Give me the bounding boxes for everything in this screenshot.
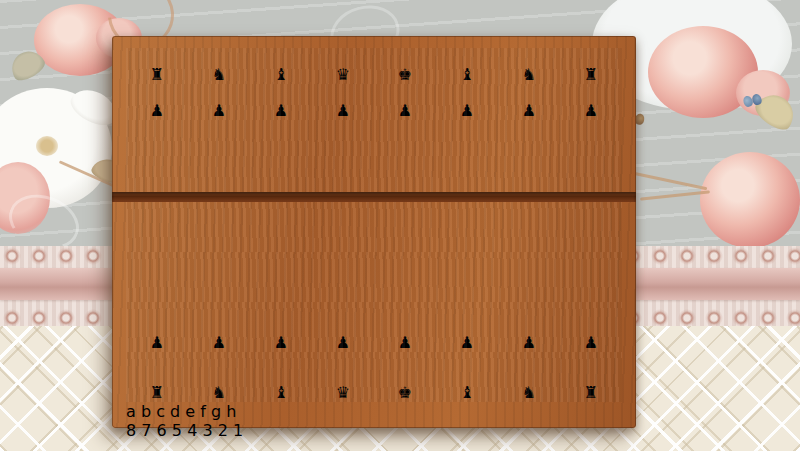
- square-e8: ♚: [374, 48, 436, 84]
- square-f3: [436, 252, 498, 302]
- board-far-half: ♜♞♝♛♚♝♞♜♟♟♟♟♟♟♟♟: [126, 48, 622, 192]
- square-c4: [250, 202, 312, 252]
- square-e1: ♚: [374, 352, 436, 402]
- square-a5: [126, 156, 188, 192]
- square-g6: [498, 120, 560, 156]
- square-a7: ♟: [126, 84, 188, 120]
- square-h4: [560, 202, 622, 252]
- piece-white-knight-b8: ♞: [212, 65, 226, 84]
- piece-white-king-e8: ♚: [398, 65, 412, 84]
- square-b4: [188, 202, 250, 252]
- square-b3: [188, 252, 250, 302]
- square-b7: ♟: [188, 84, 250, 120]
- square-e7: ♟: [374, 84, 436, 120]
- file-label-g: g: [211, 402, 221, 421]
- square-h6: [560, 120, 622, 156]
- square-d1: ♛: [312, 352, 374, 402]
- piece-black-knight-g1: ♞: [522, 383, 536, 402]
- piece-white-queen-d8: ♛: [336, 65, 350, 84]
- piece-black-pawn-h2: ♟: [584, 333, 598, 352]
- piece-black-pawn-d2: ♟: [336, 333, 350, 352]
- square-d3: [312, 252, 374, 302]
- square-g8: ♞: [498, 48, 560, 84]
- rank-label-6: 6: [157, 421, 167, 440]
- piece-white-pawn-c7: ♟: [274, 101, 288, 120]
- piece-white-knight-g8: ♞: [522, 65, 536, 84]
- chess-board: ♜♞♝♛♚♝♞♜♟♟♟♟♟♟♟♟ ♟♟♟♟♟♟♟♟♜♞♝♛♚♝♞♜ a b c …: [112, 36, 636, 428]
- piece-white-pawn-h7: ♟: [584, 101, 598, 120]
- board-hinge: [112, 192, 636, 202]
- square-e3: [374, 252, 436, 302]
- square-a1: ♜: [126, 352, 188, 402]
- file-label-b: b: [141, 402, 151, 421]
- square-e2: ♟: [374, 302, 436, 352]
- rank-label-4: 4: [187, 421, 197, 440]
- square-h1: ♜: [560, 352, 622, 402]
- square-f4: [436, 202, 498, 252]
- rank-label-7: 7: [141, 421, 151, 440]
- square-d7: ♟: [312, 84, 374, 120]
- square-d5: [312, 156, 374, 192]
- rank-label-3: 3: [202, 421, 212, 440]
- piece-black-bishop-c1: ♝: [274, 383, 288, 402]
- square-g5: [498, 156, 560, 192]
- square-d8: ♛: [312, 48, 374, 84]
- rose-right-mid: [700, 152, 800, 248]
- piece-white-rook-h8: ♜: [584, 65, 598, 84]
- file-label-c: c: [156, 402, 165, 421]
- square-c5: [250, 156, 312, 192]
- piece-white-pawn-g7: ♟: [522, 101, 536, 120]
- square-d2: ♟: [312, 302, 374, 352]
- square-b6: [188, 120, 250, 156]
- square-h8: ♜: [560, 48, 622, 84]
- square-f6: [436, 120, 498, 156]
- square-a8: ♜: [126, 48, 188, 84]
- piece-black-pawn-a2: ♟: [150, 333, 164, 352]
- square-c2: ♟: [250, 302, 312, 352]
- square-c7: ♟: [250, 84, 312, 120]
- square-d4: [312, 202, 374, 252]
- rank-label-2: 2: [218, 421, 228, 440]
- rank-label-8: 8: [126, 421, 136, 440]
- piece-black-king-e1: ♚: [398, 383, 412, 402]
- piece-white-bishop-f8: ♝: [460, 65, 474, 84]
- piece-black-pawn-g2: ♟: [522, 333, 536, 352]
- square-g4: [498, 202, 560, 252]
- square-c8: ♝: [250, 48, 312, 84]
- square-a3: [126, 252, 188, 302]
- square-d6: [312, 120, 374, 156]
- rank-label-5: 5: [172, 421, 182, 440]
- square-f7: ♟: [436, 84, 498, 120]
- piece-white-pawn-e7: ♟: [398, 101, 412, 120]
- square-a2: ♟: [126, 302, 188, 352]
- square-c6: [250, 120, 312, 156]
- piece-black-rook-h1: ♜: [584, 383, 598, 402]
- file-labels: a b c d e f g h: [126, 402, 622, 421]
- square-g1: ♞: [498, 352, 560, 402]
- rank-label-1: 1: [233, 421, 243, 440]
- square-h7: ♟: [560, 84, 622, 120]
- square-h5: [560, 156, 622, 192]
- piece-white-pawn-a7: ♟: [150, 101, 164, 120]
- piece-black-bishop-f1: ♝: [460, 383, 474, 402]
- piece-black-pawn-e2: ♟: [398, 333, 412, 352]
- square-h3: [560, 252, 622, 302]
- square-c1: ♝: [250, 352, 312, 402]
- piece-white-pawn-f7: ♟: [460, 101, 474, 120]
- square-f8: ♝: [436, 48, 498, 84]
- piece-black-pawn-f2: ♟: [460, 333, 474, 352]
- square-g3: [498, 252, 560, 302]
- piece-black-queen-d1: ♛: [336, 383, 350, 402]
- square-c3: [250, 252, 312, 302]
- square-f1: ♝: [436, 352, 498, 402]
- file-label-d: d: [170, 402, 180, 421]
- square-e4: [374, 202, 436, 252]
- square-f5: [436, 156, 498, 192]
- piece-black-pawn-c2: ♟: [274, 333, 288, 352]
- square-a6: [126, 120, 188, 156]
- file-label-e: e: [185, 402, 195, 421]
- square-a4: [126, 202, 188, 252]
- piece-white-pawn-d7: ♟: [336, 101, 350, 120]
- square-h2: ♟: [560, 302, 622, 352]
- square-b8: ♞: [188, 48, 250, 84]
- piece-white-bishop-c8: ♝: [274, 65, 288, 84]
- piece-black-knight-b1: ♞: [212, 383, 226, 402]
- square-g7: ♟: [498, 84, 560, 120]
- file-label-a: a: [126, 402, 136, 421]
- piece-white-pawn-b7: ♟: [212, 101, 226, 120]
- square-f2: ♟: [436, 302, 498, 352]
- square-g2: ♟: [498, 302, 560, 352]
- lily-center: [36, 136, 58, 156]
- piece-black-pawn-b2: ♟: [212, 333, 226, 352]
- piece-white-rook-a8: ♜: [150, 65, 164, 84]
- square-b5: [188, 156, 250, 192]
- piece-black-rook-a1: ♜: [150, 383, 164, 402]
- file-label-h: h: [226, 402, 236, 421]
- square-b1: ♞: [188, 352, 250, 402]
- square-b2: ♟: [188, 302, 250, 352]
- square-e5: [374, 156, 436, 192]
- board-near-half: ♟♟♟♟♟♟♟♟♜♞♝♛♚♝♞♜: [126, 202, 622, 402]
- file-label-f: f: [200, 402, 206, 421]
- square-e6: [374, 120, 436, 156]
